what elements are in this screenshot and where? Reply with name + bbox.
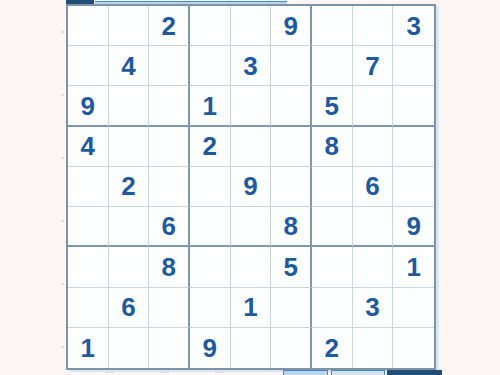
cell-r4c5[interactable] <box>231 127 272 167</box>
cell-r4c4[interactable]: 2 <box>190 127 231 167</box>
margin-artifact-tick <box>61 94 64 96</box>
cell-r7c6[interactable]: 5 <box>271 247 312 287</box>
cell-r5c4[interactable] <box>190 167 231 207</box>
cell-r8c3[interactable] <box>149 288 190 328</box>
cell-r9c6[interactable] <box>271 328 312 368</box>
cell-r7c4[interactable] <box>190 247 231 287</box>
cell-r3c3[interactable] <box>149 86 190 126</box>
cell-r9c9[interactable] <box>393 328 434 368</box>
bottom-artifact-dash <box>215 372 224 373</box>
cell-r8c8[interactable]: 3 <box>353 288 394 328</box>
cell-r2c6[interactable] <box>271 46 312 86</box>
cell-r4c9[interactable] <box>393 127 434 167</box>
cell-r2c8[interactable]: 7 <box>353 46 394 86</box>
bottom-lightblue-bar-2 <box>331 370 385 375</box>
bottom-lightblue-bar-1 <box>283 370 328 375</box>
cell-r5c5[interactable]: 9 <box>231 167 272 207</box>
cell-r1c6[interactable]: 9 <box>271 6 312 46</box>
cell-r3c7[interactable]: 5 <box>312 86 353 126</box>
cell-r1c1[interactable] <box>68 6 109 46</box>
cell-r9c1[interactable]: 1 <box>68 328 109 368</box>
cell-r6c2[interactable] <box>109 207 150 247</box>
cell-r9c8[interactable] <box>353 328 394 368</box>
cell-r5c9[interactable] <box>393 167 434 207</box>
cell-r5c2[interactable]: 2 <box>109 167 150 207</box>
cell-r1c3[interactable]: 2 <box>149 6 190 46</box>
cell-r6c8[interactable] <box>353 207 394 247</box>
cell-r4c7[interactable]: 8 <box>312 127 353 167</box>
cell-r2c1[interactable] <box>68 46 109 86</box>
cell-r3c5[interactable] <box>231 86 272 126</box>
cell-r3c9[interactable] <box>393 86 434 126</box>
cell-r1c4[interactable] <box>190 6 231 46</box>
margin-artifact-tick <box>61 157 64 159</box>
cell-r8c4[interactable] <box>190 288 231 328</box>
cell-r8c7[interactable] <box>312 288 353 328</box>
cell-r2c9[interactable] <box>393 46 434 86</box>
cell-r9c7[interactable]: 2 <box>312 328 353 368</box>
cell-r1c5[interactable] <box>231 6 272 46</box>
cell-r3c2[interactable] <box>109 86 150 126</box>
cell-r1c2[interactable] <box>109 6 150 46</box>
cell-r1c7[interactable] <box>312 6 353 46</box>
bottom-artifact-dash <box>105 372 114 373</box>
margin-artifact-tick <box>61 346 64 348</box>
cell-r5c7[interactable] <box>312 167 353 207</box>
cell-r6c4[interactable] <box>190 207 231 247</box>
cell-r1c8[interactable] <box>353 6 394 46</box>
cell-r7c9[interactable]: 1 <box>393 247 434 287</box>
cell-r9c3[interactable] <box>149 328 190 368</box>
cell-r2c4[interactable] <box>190 46 231 86</box>
cell-r3c8[interactable] <box>353 86 394 126</box>
cell-r7c5[interactable] <box>231 247 272 287</box>
cell-r3c4[interactable]: 1 <box>190 86 231 126</box>
cell-r5c8[interactable]: 6 <box>353 167 394 207</box>
cell-r2c2[interactable]: 4 <box>109 46 150 86</box>
cell-r8c6[interactable] <box>271 288 312 328</box>
sudoku-board: 293437915428296689851613192 <box>66 4 436 370</box>
bottom-artifact-dash <box>160 372 169 373</box>
cell-r4c3[interactable] <box>149 127 190 167</box>
cell-r6c7[interactable] <box>312 207 353 247</box>
cell-r6c1[interactable] <box>68 207 109 247</box>
margin-artifact-tick <box>61 220 64 222</box>
cell-r4c6[interactable] <box>271 127 312 167</box>
cell-r6c5[interactable] <box>231 207 272 247</box>
cell-r7c8[interactable] <box>353 247 394 287</box>
cell-r8c2[interactable]: 6 <box>109 288 150 328</box>
margin-artifact-tick <box>61 31 64 33</box>
cell-r2c3[interactable] <box>149 46 190 86</box>
cell-r7c2[interactable] <box>109 247 150 287</box>
cell-r9c5[interactable] <box>231 328 272 368</box>
cell-r6c3[interactable]: 6 <box>149 207 190 247</box>
cell-r3c1[interactable]: 9 <box>68 86 109 126</box>
cell-r1c9[interactable]: 3 <box>393 6 434 46</box>
cell-r3c6[interactable] <box>271 86 312 126</box>
cell-r6c6[interactable]: 8 <box>271 207 312 247</box>
sudoku-page: 293437915428296689851613192 <box>0 0 500 375</box>
cell-r8c9[interactable] <box>393 288 434 328</box>
cell-r2c7[interactable] <box>312 46 353 86</box>
cell-r9c2[interactable] <box>109 328 150 368</box>
cell-r7c1[interactable] <box>68 247 109 287</box>
cell-r8c5[interactable]: 1 <box>231 288 272 328</box>
cell-r4c8[interactable] <box>353 127 394 167</box>
cell-r4c1[interactable]: 4 <box>68 127 109 167</box>
cell-r6c9[interactable]: 9 <box>393 207 434 247</box>
cell-r2c5[interactable]: 3 <box>231 46 272 86</box>
margin-artifact-tick <box>61 283 64 285</box>
cell-r8c1[interactable] <box>68 288 109 328</box>
cell-r5c1[interactable] <box>68 167 109 207</box>
cell-r7c7[interactable] <box>312 247 353 287</box>
cell-r9c4[interactable]: 9 <box>190 328 231 368</box>
cell-r4c2[interactable] <box>109 127 150 167</box>
cell-r7c3[interactable]: 8 <box>149 247 190 287</box>
bottom-navy-bar <box>387 370 442 375</box>
cell-r5c6[interactable] <box>271 167 312 207</box>
cell-r5c3[interactable] <box>149 167 190 207</box>
